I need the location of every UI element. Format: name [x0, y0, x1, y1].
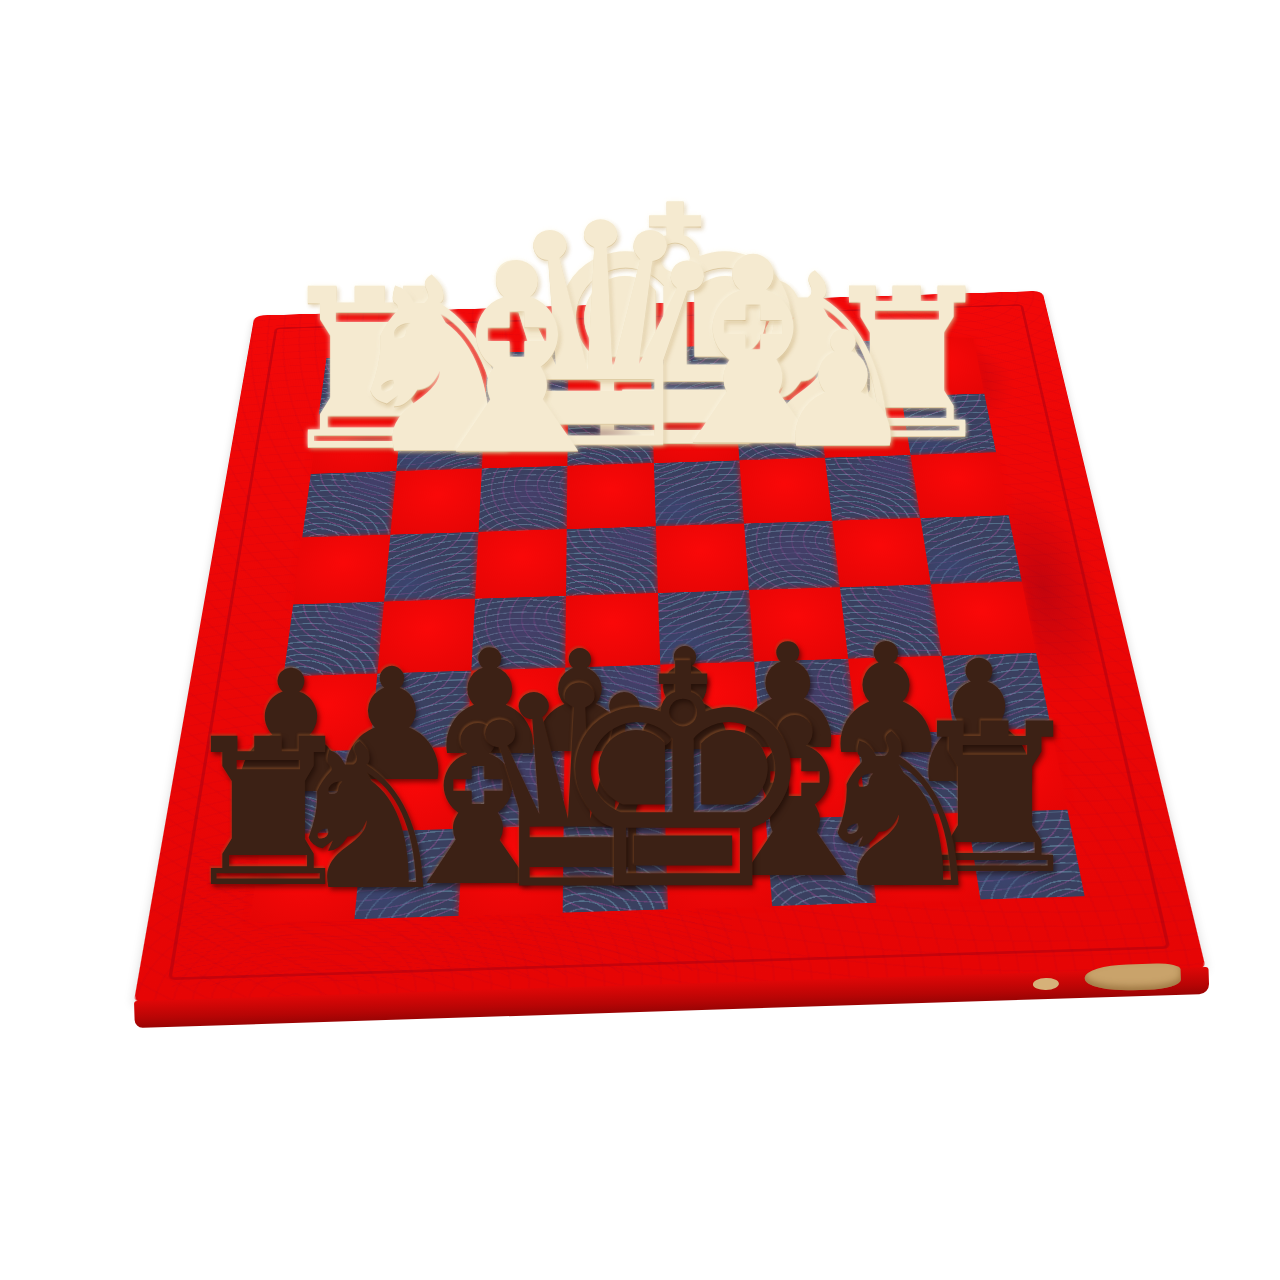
photo-stage: ♜♞♝♛♚♝♞♜♟♟♟♟♟♟♟♟♟♜♞♝♛♚♝♞♜ [0, 0, 1280, 1280]
square-d4[interactable] [655, 523, 748, 593]
square-f4[interactable] [475, 529, 567, 599]
square-c4[interactable] [744, 520, 840, 590]
wood-chip-small [1033, 978, 1059, 991]
piece-white-bishop-f1[interactable]: ♝ [400, 231, 634, 492]
wood-chip-large [1084, 963, 1181, 992]
piece-black-king-d8[interactable]: ♚ [545, 625, 821, 933]
square-h4[interactable] [293, 534, 390, 604]
square-a4[interactable] [920, 515, 1022, 584]
piece-black-knight-g8[interactable]: ♞ [276, 718, 455, 918]
square-e4[interactable] [566, 526, 657, 596]
piece-white-pawn-b2[interactable]: ♟ [772, 310, 915, 469]
square-b4[interactable] [832, 518, 931, 588]
square-g4[interactable] [384, 532, 479, 602]
piece-black-knight-b8[interactable]: ♞ [803, 707, 992, 918]
